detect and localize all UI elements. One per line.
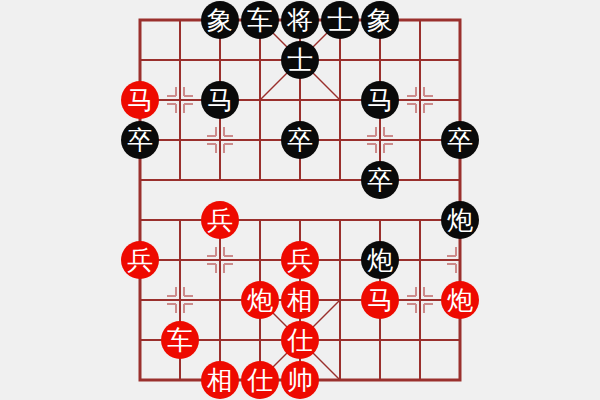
piece-red-advisor[interactable]: 仕: [241, 361, 279, 399]
piece-black-soldier[interactable]: 卒: [121, 121, 159, 159]
piece-black-elephant[interactable]: 象: [361, 1, 399, 39]
piece-black-horse[interactable]: 马: [201, 81, 239, 119]
piece-black-soldier[interactable]: 卒: [361, 161, 399, 199]
xiangqi-app: 象车将士象士马马马卒卒卒卒兵炮兵兵炮炮相马炮车仕相仕帅: [0, 0, 600, 400]
piece-black-advisor[interactable]: 士: [321, 1, 359, 39]
piece-black-elephant[interactable]: 象: [201, 1, 239, 39]
piece-black-soldier[interactable]: 卒: [441, 121, 479, 159]
piece-red-general[interactable]: 帅: [281, 361, 319, 399]
piece-black-soldier[interactable]: 卒: [281, 121, 319, 159]
piece-red-horse[interactable]: 马: [361, 281, 399, 319]
piece-black-cannon[interactable]: 炮: [361, 241, 399, 279]
piece-black-horse[interactable]: 马: [361, 81, 399, 119]
piece-red-elephant[interactable]: 相: [201, 361, 239, 399]
piece-red-chariot[interactable]: 车: [161, 321, 199, 359]
piece-red-soldier[interactable]: 兵: [281, 241, 319, 279]
piece-black-general[interactable]: 将: [281, 1, 319, 39]
piece-red-cannon[interactable]: 炮: [441, 281, 479, 319]
piece-red-cannon[interactable]: 炮: [241, 281, 279, 319]
piece-red-soldier[interactable]: 兵: [121, 241, 159, 279]
piece-red-advisor[interactable]: 仕: [281, 321, 319, 359]
pieces-layer: 象车将士象士马马马卒卒卒卒兵炮兵兵炮炮相马炮车仕相仕帅: [0, 0, 600, 400]
piece-black-cannon[interactable]: 炮: [441, 201, 479, 239]
piece-red-horse[interactable]: 马: [121, 81, 159, 119]
piece-red-soldier[interactable]: 兵: [201, 201, 239, 239]
piece-black-chariot[interactable]: 车: [241, 1, 279, 39]
piece-black-advisor[interactable]: 士: [281, 41, 319, 79]
piece-red-elephant[interactable]: 相: [281, 281, 319, 319]
